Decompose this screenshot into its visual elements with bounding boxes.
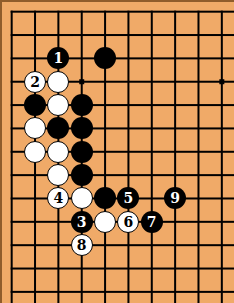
intersection-c8-r5: [163, 93, 186, 116]
intersection-c8-r12: [163, 257, 186, 280]
intersection-c3-r13: [47, 280, 70, 303]
intersection-c8-r4: [163, 70, 186, 93]
intersection-c8-r9: 9: [163, 187, 186, 210]
intersection-c10-r9: [210, 187, 233, 210]
white-stone-c2-r6: [24, 117, 46, 139]
intersection-c3-r8: [47, 163, 70, 186]
intersection-c9-r12: [187, 257, 210, 280]
intersection-c1-r6: [0, 117, 23, 140]
intersection-c2-r13: [23, 280, 46, 303]
stone-move-label: 9: [170, 191, 180, 205]
intersection-c4-r7: [70, 140, 93, 163]
intersection-c5-r7: [93, 140, 116, 163]
intersection-c9-r6: [187, 117, 210, 140]
intersection-c3-r9: 4: [47, 187, 70, 210]
intersection-c4-r10: 3: [70, 210, 93, 233]
intersection-c1-r11: [0, 233, 23, 256]
intersection-c8-r8: [163, 163, 186, 186]
stone-move-label: 6: [124, 215, 134, 229]
white-stone-c4-r9: [71, 187, 93, 209]
intersection-c5-r10: [93, 210, 116, 233]
intersection-c7-r2: [140, 23, 163, 46]
frame-border-left: [0, 0, 2, 303]
intersection-c8-r10: [163, 210, 186, 233]
intersection-c10-r7: [210, 140, 233, 163]
intersection-c10-r6: [210, 117, 233, 140]
intersection-c3-r7: [47, 140, 70, 163]
black-stone-c8-r9: 9: [164, 187, 186, 209]
intersection-c6-r1: [117, 0, 140, 23]
black-stone-c5-r3: [94, 47, 116, 69]
white-stone-c6-r10: 6: [117, 211, 139, 233]
intersection-c2-r2: [23, 23, 46, 46]
intersection-c7-r12: [140, 257, 163, 280]
intersection-c7-r4: [140, 70, 163, 93]
black-stone-c6-r9: 5: [117, 187, 139, 209]
intersection-c8-r3: [163, 47, 186, 70]
white-stone-c3-r9: 4: [47, 187, 69, 209]
intersection-c2-r4: 2: [23, 70, 46, 93]
frame-border-top: [0, 0, 234, 2]
intersection-c10-r3: [210, 47, 233, 70]
intersection-c1-r8: [0, 163, 23, 186]
intersection-c5-r4: [93, 70, 116, 93]
intersection-c6-r9: 5: [117, 187, 140, 210]
black-stone-c4-r8: [71, 164, 93, 186]
intersection-c9-r13: [187, 280, 210, 303]
intersection-c2-r5: [23, 93, 46, 116]
intersection-c6-r5: [117, 93, 140, 116]
intersection-c3-r2: [47, 23, 70, 46]
intersection-c7-r6: [140, 117, 163, 140]
intersection-c3-r3: 1: [47, 47, 70, 70]
white-stone-c2-r4: 2: [24, 71, 46, 93]
intersection-c3-r11: [47, 233, 70, 256]
intersection-c1-r1: [0, 0, 23, 23]
intersection-c3-r6: [47, 117, 70, 140]
intersection-c8-r13: [163, 280, 186, 303]
stone-move-label: 2: [30, 75, 40, 89]
stone-move-label: 5: [124, 191, 134, 205]
intersection-c6-r11: [117, 233, 140, 256]
intersection-c10-r12: [210, 257, 233, 280]
black-stone-c3-r3: 1: [47, 47, 69, 69]
intersection-c2-r12: [23, 257, 46, 280]
white-stone-c5-r10: [94, 211, 116, 233]
intersection-c9-r2: [187, 23, 210, 46]
stone-move-label: 8: [77, 238, 87, 252]
intersection-c2-r1: [23, 0, 46, 23]
intersection-c6-r13: [117, 280, 140, 303]
white-stone-c3-r4: [47, 71, 69, 93]
intersection-c7-r5: [140, 93, 163, 116]
go-board: 124593678: [0, 0, 234, 303]
go-diagram: 124593678: [0, 0, 234, 303]
intersection-c6-r12: [117, 257, 140, 280]
intersection-c4-r2: [70, 23, 93, 46]
intersection-c5-r8: [93, 163, 116, 186]
intersection-c2-r9: [23, 187, 46, 210]
white-stone-c3-r5: [47, 94, 69, 116]
stone-move-label: 1: [53, 51, 63, 65]
intersection-c1-r2: [0, 23, 23, 46]
black-stone-c4-r7: [71, 141, 93, 163]
intersection-c2-r8: [23, 163, 46, 186]
intersection-c9-r1: [187, 0, 210, 23]
intersection-c8-r6: [163, 117, 186, 140]
intersection-c8-r7: [163, 140, 186, 163]
intersection-c7-r8: [140, 163, 163, 186]
intersection-c9-r5: [187, 93, 210, 116]
intersection-c8-r2: [163, 23, 186, 46]
intersection-c5-r2: [93, 23, 116, 46]
intersection-c4-r4: [70, 70, 93, 93]
intersection-c7-r13: [140, 280, 163, 303]
intersection-c2-r6: [23, 117, 46, 140]
intersection-c5-r1: [93, 0, 116, 23]
intersection-c6-r6: [117, 117, 140, 140]
intersection-c9-r4: [187, 70, 210, 93]
intersection-c2-r7: [23, 140, 46, 163]
intersection-c1-r3: [0, 47, 23, 70]
intersection-c3-r10: [47, 210, 70, 233]
stone-move-label: 4: [53, 191, 63, 205]
intersection-c8-r1: [163, 0, 186, 23]
intersection-c8-r11: [163, 233, 186, 256]
intersection-c6-r2: [117, 23, 140, 46]
intersection-c10-r2: [210, 23, 233, 46]
intersection-c1-r10: [0, 210, 23, 233]
intersection-c10-r11: [210, 233, 233, 256]
intersection-c7-r11: [140, 233, 163, 256]
intersection-c3-r1: [47, 0, 70, 23]
intersection-c5-r11: [93, 233, 116, 256]
intersection-c10-r4: [210, 70, 233, 93]
intersection-c6-r7: [117, 140, 140, 163]
intersection-c3-r5: [47, 93, 70, 116]
intersection-c4-r1: [70, 0, 93, 23]
black-stone-c4-r10: 3: [71, 211, 93, 233]
intersection-c5-r6: [93, 117, 116, 140]
intersection-c1-r13: [0, 280, 23, 303]
intersection-c3-r12: [47, 257, 70, 280]
intersection-c5-r13: [93, 280, 116, 303]
black-stone-c4-r6: [71, 117, 93, 139]
black-stone-c5-r9: [94, 187, 116, 209]
intersection-c1-r4: [0, 70, 23, 93]
intersection-c3-r4: [47, 70, 70, 93]
intersection-c7-r3: [140, 47, 163, 70]
intersection-c6-r3: [117, 47, 140, 70]
intersection-c4-r9: [70, 187, 93, 210]
intersection-c9-r10: [187, 210, 210, 233]
black-stone-c2-r5: [24, 94, 46, 116]
black-stone-c3-r6: [47, 117, 69, 139]
intersection-c4-r13: [70, 280, 93, 303]
intersection-c9-r9: [187, 187, 210, 210]
white-stone-c2-r7: [24, 141, 46, 163]
intersection-c10-r1: [210, 0, 233, 23]
intersection-c6-r10: 6: [117, 210, 140, 233]
intersection-c9-r8: [187, 163, 210, 186]
intersection-c4-r6: [70, 117, 93, 140]
intersection-c1-r12: [0, 257, 23, 280]
intersection-c7-r9: [140, 187, 163, 210]
intersection-c10-r8: [210, 163, 233, 186]
intersection-c1-r5: [0, 93, 23, 116]
intersection-c9-r7: [187, 140, 210, 163]
intersection-c5-r12: [93, 257, 116, 280]
intersection-c4-r5: [70, 93, 93, 116]
intersection-c10-r13: [210, 280, 233, 303]
intersection-c4-r11: 8: [70, 233, 93, 256]
intersection-c2-r11: [23, 233, 46, 256]
white-stone-c3-r7: [47, 141, 69, 163]
intersection-c7-r1: [140, 0, 163, 23]
intersection-c5-r3: [93, 47, 116, 70]
intersection-c2-r3: [23, 47, 46, 70]
intersection-c2-r10: [23, 210, 46, 233]
intersection-c4-r8: [70, 163, 93, 186]
intersection-c6-r8: [117, 163, 140, 186]
white-stone-c4-r11: 8: [71, 234, 93, 256]
intersection-c1-r9: [0, 187, 23, 210]
white-stone-c3-r8: [47, 164, 69, 186]
stone-move-label: 7: [147, 215, 157, 229]
intersection-c4-r12: [70, 257, 93, 280]
black-stone-c4-r5: [71, 94, 93, 116]
stone-move-label: 3: [77, 215, 87, 229]
intersection-c10-r10: [210, 210, 233, 233]
intersection-c4-r3: [70, 47, 93, 70]
intersection-c9-r11: [187, 233, 210, 256]
intersection-c10-r5: [210, 93, 233, 116]
intersection-c5-r9: [93, 187, 116, 210]
black-stone-c7-r10: 7: [141, 211, 163, 233]
intersection-c7-r7: [140, 140, 163, 163]
intersection-c5-r5: [93, 93, 116, 116]
intersection-c9-r3: [187, 47, 210, 70]
intersection-c7-r10: 7: [140, 210, 163, 233]
intersection-c1-r7: [0, 140, 23, 163]
intersection-c6-r4: [117, 70, 140, 93]
